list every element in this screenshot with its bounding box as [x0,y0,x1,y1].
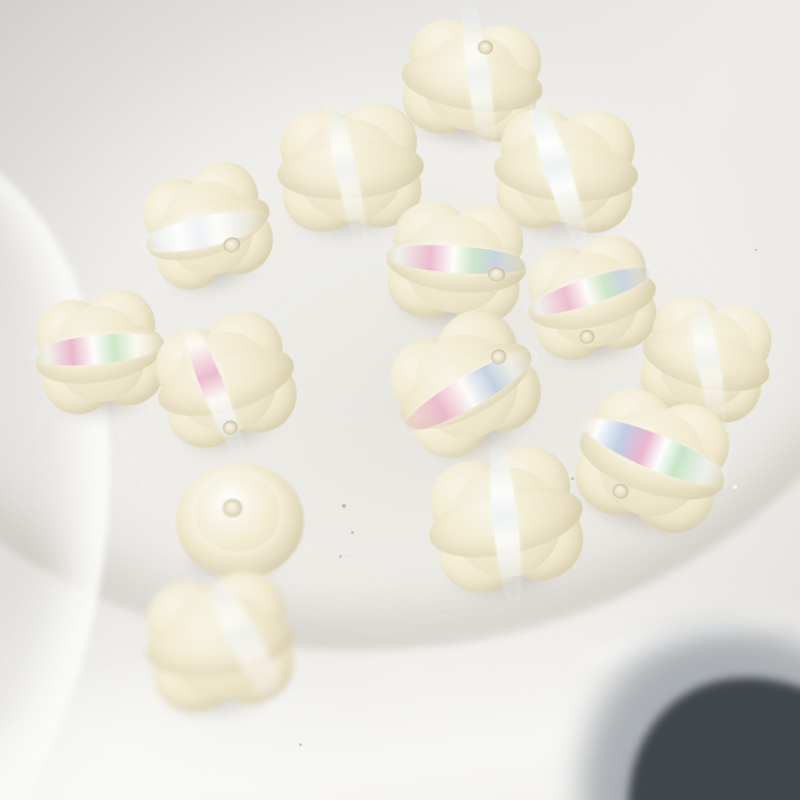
photo-beads-in-dish [0,0,800,800]
dust-speck [351,531,354,534]
dust-speck [299,743,302,746]
dust-speck [645,789,648,792]
dust-speck [339,555,342,558]
bead [137,566,302,721]
bead-hole [223,499,242,517]
dust-speck [342,504,346,508]
bead [417,439,594,606]
dust-speck [755,249,757,251]
bead [176,461,304,579]
water-droplet-speck [733,485,737,489]
bead [381,196,531,332]
